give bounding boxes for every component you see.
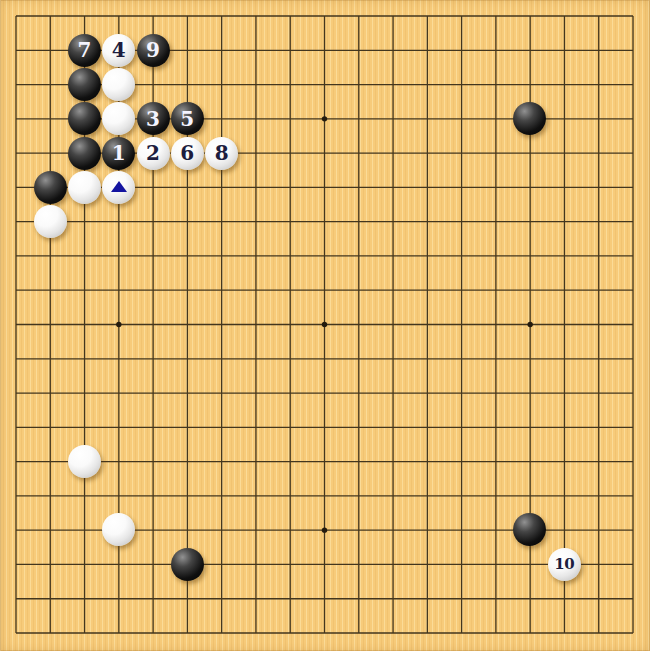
- black-stone-C18[interactable]: 7: [68, 34, 101, 67]
- move-number: 6: [180, 143, 194, 163]
- move-number: 9: [146, 40, 160, 60]
- black-stone-F16[interactable]: 5: [171, 102, 204, 135]
- move-number: 7: [78, 40, 92, 60]
- board-intersections[interactable]: 74935126810: [0, 0, 650, 650]
- move-number: 1: [112, 143, 126, 163]
- move-number: 3: [146, 109, 160, 129]
- white-stone-D14[interactable]: [102, 171, 135, 204]
- white-stone-E15[interactable]: 2: [137, 137, 170, 170]
- white-stone-C14[interactable]: [68, 171, 101, 204]
- black-stone-C15[interactable]: [68, 137, 101, 170]
- black-stone-E18[interactable]: 9: [137, 34, 170, 67]
- move-number: 10: [554, 557, 574, 572]
- white-stone-R3[interactable]: 10: [548, 548, 581, 581]
- black-stone-C16[interactable]: [68, 102, 101, 135]
- go-board: 74935126810: [0, 0, 650, 651]
- black-stone-F3[interactable]: [171, 548, 204, 581]
- move-number: 5: [180, 109, 194, 129]
- black-stone-Q16[interactable]: [513, 102, 546, 135]
- black-stone-Q4[interactable]: [513, 513, 546, 546]
- move-number: 2: [146, 143, 160, 163]
- white-stone-D17[interactable]: [102, 68, 135, 101]
- white-stone-D16[interactable]: [102, 102, 135, 135]
- move-number: 4: [112, 40, 126, 60]
- white-stone-D4[interactable]: [102, 513, 135, 546]
- black-stone-D15[interactable]: 1: [102, 137, 135, 170]
- black-stone-B14[interactable]: [34, 171, 67, 204]
- black-stone-E16[interactable]: 3: [137, 102, 170, 135]
- white-stone-F15[interactable]: 6: [171, 137, 204, 170]
- triangle-marker: [111, 181, 127, 192]
- white-stone-D18[interactable]: 4: [102, 34, 135, 67]
- white-stone-B13[interactable]: [34, 205, 67, 238]
- white-stone-G15[interactable]: 8: [205, 137, 238, 170]
- black-stone-C17[interactable]: [68, 68, 101, 101]
- white-stone-C6[interactable]: [68, 445, 101, 478]
- move-number: 8: [215, 143, 229, 163]
